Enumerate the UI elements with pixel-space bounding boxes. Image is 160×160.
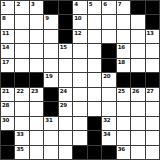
cell-r7c5[interactable]: 24 (59, 88, 72, 101)
black-cell-r10c1 (1, 131, 14, 144)
cell-r5c2[interactable] (15, 59, 28, 72)
cell-r4c7[interactable] (88, 44, 101, 57)
clue-number-17: 17 (2, 59, 9, 65)
clue-number-13: 13 (147, 30, 154, 36)
cell-r2c9[interactable] (117, 15, 130, 28)
cell-r3c7[interactable] (88, 30, 101, 43)
cell-r4c9[interactable]: 16 (117, 44, 130, 57)
clue-number-21: 21 (2, 88, 9, 94)
cell-r10c2[interactable]: 33 (15, 131, 28, 144)
cell-r1c2[interactable]: 2 (15, 1, 28, 14)
black-cell-r7c4 (44, 88, 57, 101)
black-cell-r1c10 (131, 1, 144, 14)
cell-r7c8[interactable] (102, 88, 115, 101)
black-cell-r6c10 (131, 73, 144, 86)
black-cell-r1c4 (44, 1, 57, 14)
cell-r2c4[interactable]: 9 (44, 15, 57, 28)
cell-r6c6[interactable] (73, 73, 86, 86)
cell-r6c8[interactable]: 20 (102, 73, 115, 86)
black-cell-r1c5 (59, 1, 72, 14)
cell-r5c11[interactable] (146, 59, 159, 72)
clue-number-2: 2 (16, 1, 20, 7)
cell-r8c6[interactable] (73, 102, 86, 115)
cell-r2c1[interactable]: 8 (1, 15, 14, 28)
cell-r4c1[interactable]: 14 (1, 44, 14, 57)
cell-r11c2[interactable]: 35 (15, 146, 28, 159)
cell-r9c10[interactable] (131, 117, 144, 130)
cell-r4c3[interactable] (30, 44, 43, 57)
cell-r8c5[interactable]: 29 (59, 102, 72, 115)
clue-number-27: 27 (147, 88, 154, 94)
cell-r7c3[interactable]: 23 (30, 88, 43, 101)
cell-r2c3[interactable] (30, 15, 43, 28)
black-cell-r2c5 (59, 15, 72, 28)
cell-r2c6[interactable]: 10 (73, 15, 86, 28)
cell-r10c3[interactable] (30, 131, 43, 144)
cell-r8c10[interactable] (131, 102, 144, 115)
cell-r2c2[interactable] (15, 15, 28, 28)
black-cell-r6c3 (30, 73, 43, 86)
cell-r3c10[interactable] (131, 30, 144, 43)
cell-r4c6[interactable] (73, 44, 86, 57)
cell-r7c6[interactable] (73, 88, 86, 101)
clue-number-20: 20 (103, 73, 110, 79)
cell-r9c8[interactable]: 32 (102, 117, 115, 130)
clue-number-10: 10 (74, 15, 81, 21)
clue-number-28: 28 (2, 102, 9, 108)
clue-number-19: 19 (45, 73, 52, 79)
black-cell-r6c1 (1, 73, 14, 86)
cell-r5c5[interactable] (59, 59, 72, 72)
cell-r3c6[interactable]: 12 (73, 30, 86, 43)
cell-r1c9[interactable]: 7 (117, 1, 130, 14)
clue-number-4: 4 (74, 1, 78, 7)
cell-r1c8[interactable]: 6 (102, 1, 115, 14)
clue-number-12: 12 (74, 30, 81, 36)
cell-r6c5[interactable] (59, 73, 72, 86)
cell-r1c6[interactable]: 4 (73, 1, 86, 14)
cell-r2c7[interactable] (88, 15, 101, 28)
black-cell-r6c9 (117, 73, 130, 86)
cell-r10c6[interactable] (73, 131, 86, 144)
black-cell-r11c7 (88, 146, 101, 159)
clue-number-11: 11 (2, 30, 9, 36)
black-cell-r11c1 (1, 146, 14, 159)
cell-r5c3[interactable] (30, 59, 43, 72)
clue-number-25: 25 (118, 88, 125, 94)
clue-number-23: 23 (31, 88, 38, 94)
cell-r4c5[interactable]: 15 (59, 44, 72, 57)
clue-number-24: 24 (60, 88, 67, 94)
cell-r2c8[interactable] (102, 15, 115, 28)
cell-r9c6[interactable] (73, 117, 86, 130)
black-cell-r11c8 (102, 146, 115, 159)
cell-r10c4[interactable] (44, 131, 57, 144)
clue-number-33: 33 (16, 131, 23, 137)
cell-r8c2[interactable] (15, 102, 28, 115)
cell-r3c4[interactable] (44, 30, 57, 43)
cell-r9c4[interactable]: 31 (44, 117, 57, 130)
black-cell-r1c11 (146, 1, 159, 14)
cell-r9c1[interactable]: 30 (1, 117, 14, 130)
cell-r9c11[interactable] (146, 117, 159, 130)
clue-number-16: 16 (118, 44, 125, 50)
cell-r9c5[interactable] (59, 117, 72, 130)
cell-r8c7[interactable] (88, 102, 101, 115)
cell-r6c7[interactable] (88, 73, 101, 86)
cell-r3c8[interactable] (102, 30, 115, 43)
clue-number-29: 29 (60, 102, 67, 108)
black-cell-r8c4 (44, 102, 57, 115)
clue-number-7: 7 (118, 1, 122, 7)
clue-number-14: 14 (2, 44, 9, 50)
clue-number-3: 3 (31, 1, 35, 7)
clue-number-5: 5 (89, 1, 93, 7)
cell-r5c9[interactable]: 18 (117, 59, 130, 72)
clue-number-22: 22 (16, 88, 23, 94)
clue-number-31: 31 (45, 117, 52, 123)
cell-r3c2[interactable] (15, 30, 28, 43)
clue-number-15: 15 (60, 44, 67, 50)
black-cell-r5c8 (102, 59, 115, 72)
cell-r1c7[interactable]: 5 (88, 1, 101, 14)
cell-r10c5[interactable] (59, 131, 72, 144)
black-cell-r6c2 (15, 73, 28, 86)
black-cell-r4c8 (102, 44, 115, 57)
clue-number-30: 30 (2, 117, 9, 123)
cell-r4c10[interactable] (131, 44, 144, 57)
clue-number-9: 9 (45, 15, 49, 21)
cell-r5c7[interactable] (88, 59, 101, 72)
cell-r1c1[interactable]: 1 (1, 1, 14, 14)
cell-r7c11[interactable]: 27 (146, 88, 159, 101)
cell-r7c9[interactable]: 25 (117, 88, 130, 101)
cell-r9c2[interactable] (15, 117, 28, 130)
cell-r10c11[interactable] (146, 131, 159, 144)
cell-r8c11[interactable] (146, 102, 159, 115)
cell-r10c9[interactable] (117, 131, 130, 144)
cell-r9c3[interactable] (30, 117, 43, 130)
black-cell-r11c6 (73, 146, 86, 159)
cell-r5c6[interactable] (73, 59, 86, 72)
cell-r7c1[interactable]: 21 (1, 88, 14, 101)
clue-number-6: 6 (103, 1, 107, 7)
cell-r3c1[interactable]: 11 (1, 30, 14, 43)
cell-r5c4[interactable] (44, 59, 57, 72)
cell-r10c10[interactable] (131, 131, 144, 144)
black-cell-r2c11 (146, 15, 159, 28)
cell-r3c11[interactable]: 13 (146, 30, 159, 43)
cell-r7c2[interactable]: 22 (15, 88, 28, 101)
cell-r11c4[interactable] (44, 146, 57, 159)
cell-r7c10[interactable]: 26 (131, 88, 144, 101)
cell-r3c9[interactable] (117, 30, 130, 43)
cell-r8c1[interactable]: 28 (1, 102, 14, 115)
cell-r5c1[interactable]: 17 (1, 59, 14, 72)
black-cell-r9c7 (88, 117, 101, 130)
cell-r6c4[interactable]: 19 (44, 73, 57, 86)
crossword-grid: 1234567891011121314151617181920212223242… (0, 0, 160, 160)
cell-r7c7[interactable] (88, 88, 101, 101)
cell-r11c9[interactable]: 36 (117, 146, 130, 159)
clue-number-34: 34 (103, 131, 110, 137)
cell-r3c3[interactable] (30, 30, 43, 43)
clue-number-1: 1 (2, 1, 6, 7)
clue-number-36: 36 (118, 146, 125, 152)
cell-r5c10[interactable] (131, 59, 144, 72)
cell-r4c2[interactable] (15, 44, 28, 57)
cell-r4c4[interactable] (44, 44, 57, 57)
cell-r1c3[interactable]: 3 (30, 1, 43, 14)
clue-number-8: 8 (2, 15, 6, 21)
cell-r8c9[interactable] (117, 102, 130, 115)
cell-r8c8[interactable] (102, 102, 115, 115)
cell-r2c10[interactable] (131, 15, 144, 28)
cell-r11c10[interactable] (131, 146, 144, 159)
cell-r11c5[interactable] (59, 146, 72, 159)
black-cell-r3c5 (59, 30, 72, 43)
cell-r4c11[interactable] (146, 44, 159, 57)
cell-r11c11[interactable] (146, 146, 159, 159)
black-cell-r6c11 (146, 73, 159, 86)
clue-number-18: 18 (118, 59, 125, 65)
cell-r10c8[interactable]: 34 (102, 131, 115, 144)
clue-number-26: 26 (132, 88, 139, 94)
cell-r9c9[interactable] (117, 117, 130, 130)
cell-r11c3[interactable] (30, 146, 43, 159)
clue-number-35: 35 (16, 146, 23, 152)
clue-number-32: 32 (103, 117, 110, 123)
cell-r8c3[interactable] (30, 102, 43, 115)
black-cell-r10c7 (88, 131, 101, 144)
